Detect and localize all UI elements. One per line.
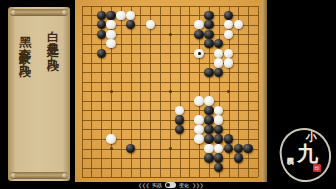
- grid-line-horizontal: [82, 129, 258, 130]
- black-stone: [224, 144, 233, 153]
- white-stone: [194, 125, 203, 134]
- scroll-knob-icon: [11, 10, 16, 15]
- playback-controls: ❮❮❮ 实战 变化 ❯❯❯: [138, 182, 203, 189]
- black-stone: [126, 20, 135, 29]
- black-stone: [204, 11, 213, 20]
- black-stone: [204, 115, 213, 124]
- white-stone: [106, 20, 115, 29]
- grid-line-horizontal: [82, 158, 258, 159]
- white-stone: [146, 20, 155, 29]
- white-stone: [214, 144, 223, 153]
- white-player-rank: 九段: [47, 47, 59, 51]
- white-stone: [214, 49, 223, 58]
- white-stone: [214, 58, 223, 67]
- black-stone: [204, 68, 213, 77]
- black-stone: [204, 20, 213, 29]
- grid-line-horizontal: [82, 110, 258, 111]
- black-stone: [214, 39, 223, 48]
- grid-line-horizontal: [82, 120, 258, 121]
- black-stone: [224, 134, 233, 143]
- white-stone: [204, 96, 213, 105]
- black-stone: [126, 144, 135, 153]
- black-stone: [106, 11, 115, 20]
- mode-label-left: 实战: [152, 183, 162, 188]
- white-player-column: 白 芈昱廷 九段: [43, 21, 63, 169]
- black-stone: [214, 125, 223, 134]
- channel-logo: 小 九 围棋 印: [280, 128, 332, 183]
- black-stone: [204, 106, 213, 115]
- white-stone: [106, 39, 115, 48]
- mode-toggle[interactable]: [165, 182, 176, 188]
- black-stone: [214, 153, 223, 162]
- black-stone: [204, 153, 213, 162]
- black-stone: [97, 30, 106, 39]
- white-stone: [224, 58, 233, 67]
- forward-icon[interactable]: ❯❯❯: [192, 183, 203, 188]
- player-info-scroll: 白 芈昱廷 九段 黑 李轩豪 九段: [8, 7, 70, 181]
- grid-line-vertical: [189, 6, 190, 177]
- logo-char-main: 九: [297, 143, 318, 164]
- white-stone: [175, 106, 184, 115]
- go-board[interactable]: [75, 0, 265, 182]
- scroll-knob-icon: [62, 173, 67, 178]
- black-stone: [234, 153, 243, 162]
- white-stone: [234, 20, 243, 29]
- black-player-name: 李轩豪: [19, 38, 31, 44]
- scroll-top-roller: [10, 9, 68, 16]
- white-stone: [224, 20, 233, 29]
- grid-line-horizontal: [82, 101, 258, 102]
- star-point: [110, 147, 113, 150]
- grid-line-horizontal: [82, 168, 258, 169]
- mode-label-right: 变化: [179, 183, 189, 188]
- grid-line-vertical: [180, 6, 181, 177]
- white-stone: [224, 30, 233, 39]
- white-color-label: 白: [47, 21, 59, 23]
- white-stone: [126, 11, 135, 20]
- black-stone: [214, 163, 223, 172]
- star-point: [169, 147, 172, 150]
- board-side-edge: [262, 0, 267, 182]
- black-player-column: 黑 李轩豪 九段: [15, 21, 35, 169]
- black-stone: [194, 30, 203, 39]
- rewind-icon[interactable]: ❮❮❮: [138, 183, 149, 188]
- red-seal-icon: 印: [313, 164, 321, 172]
- white-stone: [224, 49, 233, 58]
- white-stone: [214, 115, 223, 124]
- white-stone: [214, 106, 223, 115]
- black-stone: [214, 134, 223, 143]
- black-stone: [234, 144, 243, 153]
- white-stone: [106, 30, 115, 39]
- white-stone-last-move: [194, 49, 203, 58]
- scroll-knob-icon: [62, 10, 67, 15]
- black-player-rank: 九段: [19, 53, 31, 57]
- toggle-dot-icon: [166, 183, 170, 187]
- scroll-bottom-roller: [10, 172, 68, 179]
- white-stone: [194, 96, 203, 105]
- app-window: 白 芈昱廷 九段 黑 李轩豪 九段 ❮❮❮ 实战 变化 ❯❯❯ 小 九: [0, 0, 336, 189]
- black-stone: [97, 49, 106, 58]
- white-stone: [194, 20, 203, 29]
- black-stone: [175, 125, 184, 134]
- black-color-label: 黑: [19, 27, 31, 29]
- black-stone: [224, 11, 233, 20]
- grid-line-vertical: [258, 6, 259, 177]
- white-player-name: 芈昱廷: [47, 32, 59, 38]
- grid-line-horizontal: [82, 177, 258, 178]
- white-stone: [116, 11, 125, 20]
- black-stone: [97, 20, 106, 29]
- last-move-marker-icon: [198, 52, 201, 55]
- black-stone: [204, 39, 213, 48]
- black-stone: [243, 144, 252, 153]
- black-stone: [204, 30, 213, 39]
- white-stone: [106, 134, 115, 143]
- star-point: [110, 90, 113, 93]
- black-stone: [214, 68, 223, 77]
- white-stone: [204, 144, 213, 153]
- scroll-knob-icon: [11, 173, 16, 178]
- star-point: [169, 33, 172, 36]
- black-stone: [204, 134, 213, 143]
- white-stone: [194, 115, 203, 124]
- black-stone: [175, 115, 184, 124]
- white-stone: [194, 134, 203, 143]
- black-stone: [204, 125, 213, 134]
- star-point: [169, 90, 172, 93]
- black-stone: [97, 11, 106, 20]
